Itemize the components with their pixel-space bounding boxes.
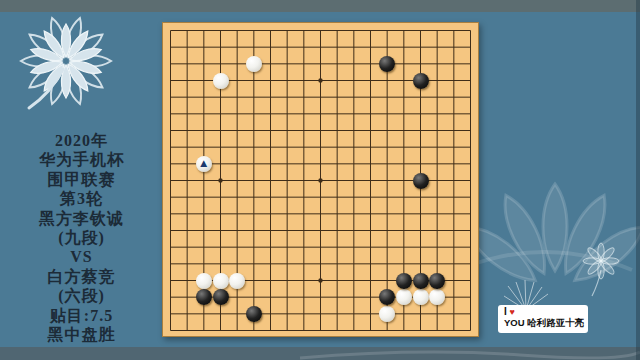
- stone-black-P4: [396, 273, 412, 289]
- small-flower-sketch: [580, 234, 626, 300]
- board-grid: [163, 23, 478, 336]
- info-line-result: 黑中盘胜: [0, 325, 163, 344]
- stone-white-E4: [229, 273, 245, 289]
- info-line-white-player: 白方蔡竞: [0, 267, 163, 286]
- video-frame: 2020年 华为手机杯 围甲联赛 第3轮 黑方李钦诚 (九段) VS 白方蔡竞 …: [0, 0, 640, 360]
- stone-white-F17: [246, 56, 262, 72]
- stone-white-C11-last-move: ▲: [196, 156, 212, 172]
- info-line-event: 华为手机杯: [0, 150, 163, 169]
- stone-black-D3: [213, 289, 229, 305]
- info-line-round: 第3轮: [0, 189, 163, 208]
- info-line-black-player: 黑方李钦诚: [0, 209, 163, 228]
- stone-white-D4: [213, 273, 229, 289]
- go-board: ▲: [162, 22, 479, 337]
- stone-white-D16: [213, 73, 229, 89]
- watermark-i: I: [504, 306, 507, 317]
- info-line-league: 围甲联赛: [0, 170, 163, 189]
- watermark-line1: I ♥: [504, 307, 588, 317]
- right-edge-strip: [636, 0, 640, 360]
- stone-black-O17: [379, 56, 395, 72]
- info-line-komi: 贴目:7.5: [0, 306, 163, 325]
- stone-black-F2: [246, 306, 262, 322]
- heart-icon: ♥: [510, 307, 515, 317]
- info-line-year: 2020年: [0, 131, 163, 150]
- stone-white-C4: [196, 273, 212, 289]
- wave-ornament: [0, 347, 640, 360]
- lotus-flower-ornament: [13, 7, 115, 111]
- info-line-vs: VS: [0, 247, 163, 266]
- stone-black-R4: [429, 273, 445, 289]
- game-info-panel: 2020年 华为手机杯 围甲联赛 第3轮 黑方李钦诚 (九段) VS 白方蔡竞 …: [0, 131, 163, 344]
- stone-white-P3: [396, 289, 412, 305]
- stone-black-C3: [196, 289, 212, 305]
- stone-black-Q16: [413, 73, 429, 89]
- channel-watermark: I ♥ YOU 哈利路亚十亮: [498, 305, 588, 333]
- watermark-line2: YOU 哈利路亚十亮: [504, 317, 588, 329]
- info-line-black-rank: (九段): [0, 228, 163, 247]
- info-line-white-rank: (六段): [0, 286, 163, 305]
- stone-black-Q10: [413, 173, 429, 189]
- stone-black-Q4: [413, 273, 429, 289]
- last-move-triangle-marker: ▲: [200, 159, 207, 168]
- stone-white-O2: [379, 306, 395, 322]
- stone-white-Q3: [413, 289, 429, 305]
